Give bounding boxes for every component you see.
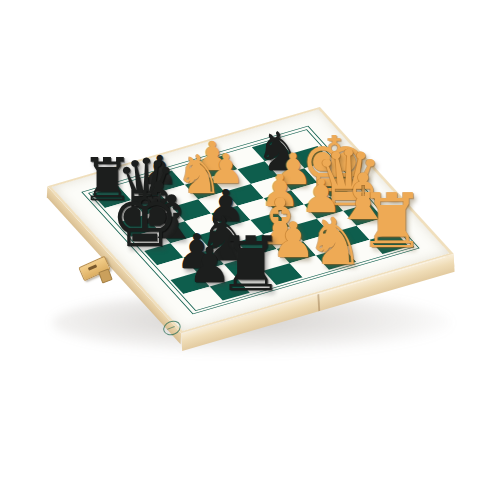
pieces-layer: ♜♟♛♞♝♝♚♟♞♟♟♜♟♞♟♟♟♚♛♟♝♝♟♞♜ [0, 0, 500, 500]
box-fold-seam [317, 294, 319, 311]
box-clasp[interactable] [79, 254, 113, 284]
piece-white-rook[interactable]: ♜ [358, 184, 425, 259]
clasp-hook [98, 268, 112, 283]
piece-black-rook[interactable]: ♜ [217, 227, 284, 302]
piece-white-knight[interactable]: ♞ [306, 209, 364, 274]
chess-set-photo: ♜♟♛♞♝♝♚♟♞♟♟♜♟♞♟♟♟♚♛♟♝♝♟♞♜ [0, 0, 500, 500]
piece-black-king[interactable]: ♚ [110, 181, 179, 258]
